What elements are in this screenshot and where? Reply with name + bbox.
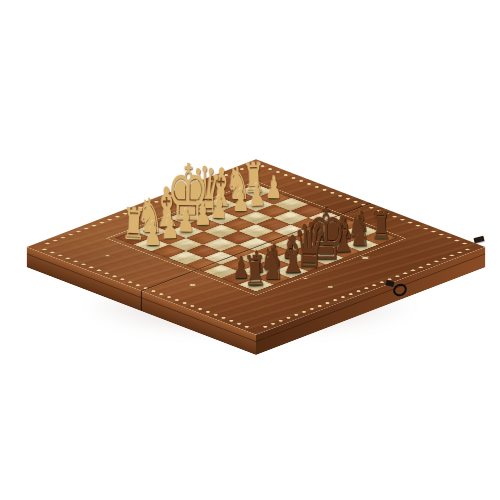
square-g1 [221, 271, 256, 284]
small-inlay-icon: ✦ [144, 203, 154, 207]
small-inlay-icon: ❖ [324, 285, 335, 289]
square-g2 [238, 265, 273, 278]
square-h4 [291, 258, 326, 271]
star-inlay-icon: ✦ [355, 254, 375, 261]
leaf-inlay-icon: ❖ [186, 283, 198, 288]
square-d1 [168, 251, 203, 264]
small-inlay-icon: ✦ [300, 277, 310, 281]
fold-seam-edge-notch [141, 291, 142, 312]
square-e2 [203, 251, 238, 264]
square-e1 [186, 258, 221, 271]
square-f1 [203, 265, 238, 278]
checker-grid [116, 184, 396, 291]
square-h1 [238, 278, 273, 291]
square-f2 [221, 258, 256, 271]
square-h5 [309, 251, 344, 264]
square-h2 [256, 271, 291, 284]
square-h3 [274, 265, 309, 278]
square-f3 [238, 251, 273, 264]
square-g3 [256, 258, 291, 271]
small-inlay-icon: ✦ [102, 254, 112, 258]
chess-set-photo: ✦❖✦✦✦❖ ♜♞♝♚♛♝♞♜♟♟♟♟♟♟♟♟♟♟♟♟♟♟♟♟♜♞♝♛♚♝♞♜ [0, 0, 500, 500]
square-g4 [274, 251, 309, 264]
